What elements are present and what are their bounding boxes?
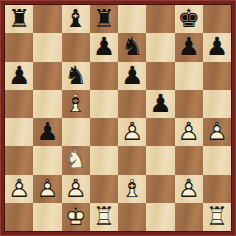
black-pawn-d7[interactable]: ♟ bbox=[90, 33, 118, 61]
square-c6[interactable]: ♞ bbox=[62, 62, 90, 90]
white-king-c1[interactable]: ♚♔ bbox=[62, 203, 90, 231]
square-d2[interactable] bbox=[90, 175, 118, 203]
square-c5[interactable]: ♝♗ bbox=[62, 90, 90, 118]
white-king-outline: ♔ bbox=[62, 203, 90, 231]
black-pawn-h7[interactable]: ♟ bbox=[203, 33, 231, 61]
square-c1[interactable]: ♚♔ bbox=[62, 203, 90, 231]
square-g8[interactable]: ♚ bbox=[175, 5, 203, 33]
white-pawn-a2[interactable]: ♟♙ bbox=[5, 175, 33, 203]
square-f4[interactable] bbox=[146, 118, 174, 146]
white-pawn-g2[interactable]: ♟♙ bbox=[175, 175, 203, 203]
square-g2[interactable]: ♟♙ bbox=[175, 175, 203, 203]
square-c3[interactable]: ♞♘ bbox=[62, 146, 90, 174]
white-rook-outline: ♖ bbox=[90, 203, 118, 231]
white-bishop-e2[interactable]: ♝♗ bbox=[118, 175, 146, 203]
square-a6[interactable]: ♟ bbox=[5, 62, 33, 90]
black-rook-glyph: ♜ bbox=[90, 5, 118, 33]
white-pawn-e4[interactable]: ♟♙ bbox=[118, 118, 146, 146]
black-pawn-glyph: ♟ bbox=[33, 118, 61, 146]
square-b4[interactable]: ♟ bbox=[33, 118, 61, 146]
square-b8[interactable] bbox=[33, 5, 61, 33]
square-c2[interactable]: ♟♙ bbox=[62, 175, 90, 203]
white-rook-d1[interactable]: ♜♖ bbox=[90, 203, 118, 231]
square-h3[interactable] bbox=[203, 146, 231, 174]
black-pawn-a6[interactable]: ♟ bbox=[5, 62, 33, 90]
square-a8[interactable]: ♜ bbox=[5, 5, 33, 33]
white-rook-h1[interactable]: ♜♖ bbox=[203, 203, 231, 231]
white-pawn-outline: ♙ bbox=[5, 175, 33, 203]
white-bishop-outline: ♗ bbox=[118, 175, 146, 203]
square-b3[interactable] bbox=[33, 146, 61, 174]
black-rook-a8[interactable]: ♜ bbox=[5, 5, 33, 33]
black-bishop-c8[interactable]: ♝ bbox=[62, 5, 90, 33]
square-f6[interactable] bbox=[146, 62, 174, 90]
square-e3[interactable] bbox=[118, 146, 146, 174]
square-h1[interactable]: ♜♖ bbox=[203, 203, 231, 231]
white-pawn-h4[interactable]: ♟♙ bbox=[203, 118, 231, 146]
black-knight-c6[interactable]: ♞ bbox=[62, 62, 90, 90]
square-a4[interactable] bbox=[5, 118, 33, 146]
square-d6[interactable] bbox=[90, 62, 118, 90]
square-d8[interactable]: ♜ bbox=[90, 5, 118, 33]
square-c8[interactable]: ♝ bbox=[62, 5, 90, 33]
square-b5[interactable] bbox=[33, 90, 61, 118]
black-pawn-glyph: ♟ bbox=[175, 33, 203, 61]
square-h2[interactable] bbox=[203, 175, 231, 203]
white-pawn-b2[interactable]: ♟♙ bbox=[33, 175, 61, 203]
white-bishop-outline: ♗ bbox=[62, 90, 90, 118]
square-b7[interactable] bbox=[33, 33, 61, 61]
square-g6[interactable] bbox=[175, 62, 203, 90]
square-h5[interactable] bbox=[203, 90, 231, 118]
square-b1[interactable] bbox=[33, 203, 61, 231]
square-d1[interactable]: ♜♖ bbox=[90, 203, 118, 231]
black-knight-glyph: ♞ bbox=[62, 62, 90, 90]
square-f5[interactable]: ♟ bbox=[146, 90, 174, 118]
white-bishop-c5[interactable]: ♝♗ bbox=[62, 90, 90, 118]
square-e8[interactable] bbox=[118, 5, 146, 33]
square-e7[interactable]: ♞ bbox=[118, 33, 146, 61]
chess-board: ♜♝♜♚♟♞♟♟♟♞♟♝♗♟♟♟♙♟♙♟♙♞♘♟♙♟♙♟♙♝♗♟♙♚♔♜♖♜♖ bbox=[4, 4, 232, 232]
square-a7[interactable] bbox=[5, 33, 33, 61]
square-g4[interactable]: ♟♙ bbox=[175, 118, 203, 146]
square-e2[interactable]: ♝♗ bbox=[118, 175, 146, 203]
square-d3[interactable] bbox=[90, 146, 118, 174]
square-f1[interactable] bbox=[146, 203, 174, 231]
square-g5[interactable] bbox=[175, 90, 203, 118]
black-pawn-glyph: ♟ bbox=[203, 33, 231, 61]
square-a1[interactable] bbox=[5, 203, 33, 231]
white-pawn-outline: ♙ bbox=[33, 175, 61, 203]
square-g7[interactable]: ♟ bbox=[175, 33, 203, 61]
square-e6[interactable]: ♟ bbox=[118, 62, 146, 90]
black-pawn-glyph: ♟ bbox=[90, 33, 118, 61]
white-pawn-outline: ♙ bbox=[203, 118, 231, 146]
black-knight-e7[interactable]: ♞ bbox=[118, 33, 146, 61]
square-f8[interactable] bbox=[146, 5, 174, 33]
square-h6[interactable] bbox=[203, 62, 231, 90]
black-pawn-b4[interactable]: ♟ bbox=[33, 118, 61, 146]
square-b6[interactable] bbox=[33, 62, 61, 90]
square-h7[interactable]: ♟ bbox=[203, 33, 231, 61]
white-pawn-c2[interactable]: ♟♙ bbox=[62, 175, 90, 203]
black-pawn-g7[interactable]: ♟ bbox=[175, 33, 203, 61]
square-g1[interactable] bbox=[175, 203, 203, 231]
square-f7[interactable] bbox=[146, 33, 174, 61]
square-f2[interactable] bbox=[146, 175, 174, 203]
square-e5[interactable] bbox=[118, 90, 146, 118]
white-pawn-outline: ♙ bbox=[175, 175, 203, 203]
black-pawn-glyph: ♟ bbox=[5, 62, 33, 90]
white-knight-outline: ♘ bbox=[62, 146, 90, 174]
black-rook-d8[interactable]: ♜ bbox=[90, 5, 118, 33]
square-b2[interactable]: ♟♙ bbox=[33, 175, 61, 203]
square-e1[interactable] bbox=[118, 203, 146, 231]
black-rook-glyph: ♜ bbox=[5, 5, 33, 33]
square-e4[interactable]: ♟♙ bbox=[118, 118, 146, 146]
square-g3[interactable] bbox=[175, 146, 203, 174]
chess-board-frame: ♜♝♜♚♟♞♟♟♟♞♟♝♗♟♟♟♙♟♙♟♙♞♘♟♙♟♙♟♙♝♗♟♙♚♔♜♖♜♖ bbox=[0, 0, 236, 236]
square-d7[interactable]: ♟ bbox=[90, 33, 118, 61]
white-pawn-outline: ♙ bbox=[175, 118, 203, 146]
black-pawn-f5[interactable]: ♟ bbox=[146, 90, 174, 118]
white-pawn-outline: ♙ bbox=[118, 118, 146, 146]
square-c4[interactable] bbox=[62, 118, 90, 146]
white-knight-c3[interactable]: ♞♘ bbox=[62, 146, 90, 174]
square-h4[interactable]: ♟♙ bbox=[203, 118, 231, 146]
square-c7[interactable] bbox=[62, 33, 90, 61]
black-king-g8[interactable]: ♚ bbox=[175, 5, 203, 33]
black-king-glyph: ♚ bbox=[175, 5, 203, 33]
black-pawn-e6[interactable]: ♟ bbox=[118, 62, 146, 90]
square-a2[interactable]: ♟♙ bbox=[5, 175, 33, 203]
black-knight-glyph: ♞ bbox=[118, 33, 146, 61]
white-rook-outline: ♖ bbox=[203, 203, 231, 231]
square-h8[interactable] bbox=[203, 5, 231, 33]
black-bishop-glyph: ♝ bbox=[62, 5, 90, 33]
white-pawn-g4[interactable]: ♟♙ bbox=[175, 118, 203, 146]
square-a3[interactable] bbox=[5, 146, 33, 174]
square-d4[interactable] bbox=[90, 118, 118, 146]
square-d5[interactable] bbox=[90, 90, 118, 118]
square-f3[interactable] bbox=[146, 146, 174, 174]
white-pawn-outline: ♙ bbox=[62, 175, 90, 203]
black-pawn-glyph: ♟ bbox=[118, 62, 146, 90]
square-a5[interactable] bbox=[5, 90, 33, 118]
black-pawn-glyph: ♟ bbox=[146, 90, 174, 118]
